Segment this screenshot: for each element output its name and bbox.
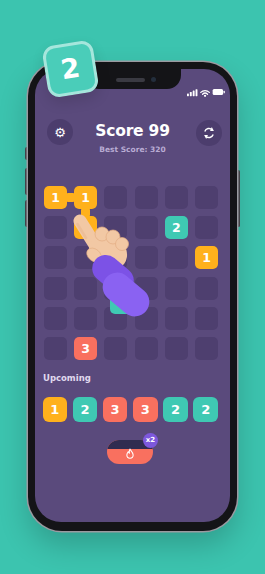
upcoming-queue: 123322 xyxy=(43,397,218,422)
board-tile-2[interactable]: 2 xyxy=(165,216,188,239)
badge-value: 2 xyxy=(59,52,82,86)
board-cell-empty[interactable] xyxy=(165,186,188,209)
board-tile-1[interactable]: 1 xyxy=(195,246,218,269)
upcoming-tile-1: 1 xyxy=(43,397,68,422)
cellular-signal-icon xyxy=(187,89,197,96)
upcoming-tile-2: 2 xyxy=(73,397,98,422)
board-cell-empty[interactable] xyxy=(195,186,218,209)
flame-icon xyxy=(123,447,137,462)
best-score-label: Best Score: 320 xyxy=(35,145,230,154)
speaker-slot xyxy=(116,78,145,82)
battery-icon xyxy=(213,89,225,95)
board-cell-empty[interactable] xyxy=(44,337,67,360)
board-cell-empty[interactable] xyxy=(195,216,218,239)
board-cell-empty[interactable] xyxy=(165,337,188,360)
board-cell-empty[interactable] xyxy=(165,246,188,269)
board-cell-empty[interactable] xyxy=(165,277,188,300)
phone-frame: ⚙ Score 99 Best Score: 320 111213 xyxy=(28,62,237,531)
board-cell-empty[interactable] xyxy=(165,307,188,330)
restart-button[interactable] xyxy=(196,120,222,146)
board-cell-empty[interactable] xyxy=(104,337,127,360)
upcoming-tile-2: 2 xyxy=(163,397,188,422)
upcoming-label: Upcoming xyxy=(43,373,91,383)
multiplier-badge: x2 xyxy=(143,433,158,448)
board-tile-3[interactable]: 3 xyxy=(74,337,97,360)
stage: ⚙ Score 99 Best Score: 320 111213 xyxy=(0,0,265,574)
upcoming-tile-3: 3 xyxy=(103,397,128,422)
power-button xyxy=(237,170,241,227)
floating-number-badge: 2 xyxy=(41,39,100,98)
board-cell-empty[interactable] xyxy=(135,337,158,360)
upcoming-tile-3: 3 xyxy=(133,397,158,422)
board-cell-empty[interactable] xyxy=(195,307,218,330)
notch xyxy=(85,69,181,89)
board-cell-empty[interactable] xyxy=(195,277,218,300)
statusbar-icons xyxy=(187,87,225,97)
wifi-icon xyxy=(201,91,210,95)
front-camera xyxy=(151,77,156,82)
board-cell-empty[interactable] xyxy=(195,337,218,360)
upcoming-tile-2: 2 xyxy=(193,397,218,422)
hand-cursor-illustration xyxy=(50,198,150,323)
phone-screen: ⚙ Score 99 Best Score: 320 111213 xyxy=(35,69,230,522)
refresh-icon xyxy=(202,126,216,140)
